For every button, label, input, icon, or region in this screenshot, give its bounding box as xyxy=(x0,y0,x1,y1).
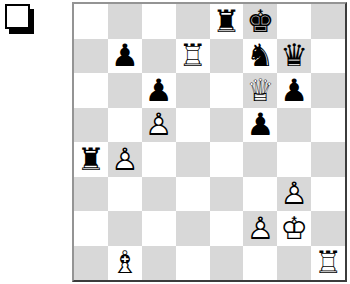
square-d5[interactable] xyxy=(176,108,210,143)
square-h7[interactable] xyxy=(311,39,345,74)
square-d1[interactable] xyxy=(176,246,210,281)
piece-glyph: ♜ xyxy=(213,6,241,37)
square-f1[interactable] xyxy=(243,246,277,281)
square-g6[interactable]: ♟ xyxy=(277,73,311,108)
square-c4[interactable] xyxy=(142,142,176,177)
piece-wq-f6[interactable]: ♛♕ xyxy=(246,75,274,106)
square-g7[interactable]: ♛ xyxy=(277,39,311,74)
piece-wr-d7[interactable]: ♜♖ xyxy=(179,40,207,71)
square-d4[interactable] xyxy=(176,142,210,177)
square-c3[interactable] xyxy=(142,177,176,212)
piece-glyph: ♟ xyxy=(280,75,308,106)
square-g5[interactable] xyxy=(277,108,311,143)
square-c5[interactable]: ♟♙ xyxy=(142,108,176,143)
square-a2[interactable] xyxy=(74,211,108,246)
piece-glyph: ♞ xyxy=(246,40,274,71)
square-f4[interactable] xyxy=(243,142,277,177)
piece-glyph: ♔ xyxy=(280,213,308,244)
piece-bp-f5[interactable]: ♟ xyxy=(246,109,274,140)
piece-glyph: ♙ xyxy=(246,213,274,244)
square-e5[interactable] xyxy=(210,108,244,143)
piece-bq-g7[interactable]: ♛ xyxy=(280,40,308,71)
square-c6[interactable]: ♟ xyxy=(142,73,176,108)
square-a5[interactable] xyxy=(74,108,108,143)
square-f8[interactable]: ♚ xyxy=(243,4,277,39)
piece-br-e8[interactable]: ♜ xyxy=(213,6,241,37)
piece-bn-f7[interactable]: ♞ xyxy=(246,40,274,71)
square-e8[interactable]: ♜ xyxy=(210,4,244,39)
piece-glyph: ♛ xyxy=(280,40,308,71)
piece-bp-b7[interactable]: ♟ xyxy=(111,40,139,71)
square-b5[interactable] xyxy=(108,108,142,143)
piece-wp-b4[interactable]: ♟♙ xyxy=(111,144,139,175)
square-f3[interactable] xyxy=(243,177,277,212)
square-g1[interactable] xyxy=(277,246,311,281)
square-h6[interactable] xyxy=(311,73,345,108)
piece-bp-c6[interactable]: ♟ xyxy=(145,75,173,106)
piece-wk-g2[interactable]: ♚♔ xyxy=(280,213,308,244)
square-f5[interactable]: ♟ xyxy=(243,108,277,143)
square-a7[interactable] xyxy=(74,39,108,74)
square-h2[interactable] xyxy=(311,211,345,246)
square-g3[interactable]: ♟♙ xyxy=(277,177,311,212)
piece-wr-h1[interactable]: ♜♖ xyxy=(314,247,342,278)
square-b7[interactable]: ♟ xyxy=(108,39,142,74)
square-h1[interactable]: ♜♖ xyxy=(311,246,345,281)
square-f6[interactable]: ♛♕ xyxy=(243,73,277,108)
square-h5[interactable] xyxy=(311,108,345,143)
square-c7[interactable] xyxy=(142,39,176,74)
square-d7[interactable]: ♜♖ xyxy=(176,39,210,74)
square-b8[interactable] xyxy=(108,4,142,39)
square-d2[interactable] xyxy=(176,211,210,246)
chess-board: ♜♚♟♜♖♞♛♟♛♕♟♟♙♟♜♟♙♟♙♟♙♚♔♝♗♜♖ xyxy=(72,2,347,282)
square-c8[interactable] xyxy=(142,4,176,39)
square-b1[interactable]: ♝♗ xyxy=(108,246,142,281)
square-e1[interactable] xyxy=(210,246,244,281)
square-g8[interactable] xyxy=(277,4,311,39)
piece-wp-g3[interactable]: ♟♙ xyxy=(280,178,308,209)
square-d3[interactable] xyxy=(176,177,210,212)
square-b2[interactable] xyxy=(108,211,142,246)
square-h8[interactable] xyxy=(311,4,345,39)
square-c1[interactable] xyxy=(142,246,176,281)
square-b3[interactable] xyxy=(108,177,142,212)
piece-glyph: ♙ xyxy=(111,144,139,175)
square-d6[interactable] xyxy=(176,73,210,108)
chess-diagram: ♜♚♟♜♖♞♛♟♛♕♟♟♙♟♜♟♙♟♙♟♙♚♔♝♗♜♖ xyxy=(0,0,350,284)
square-a3[interactable] xyxy=(74,177,108,212)
square-a8[interactable] xyxy=(74,4,108,39)
piece-glyph: ♟ xyxy=(145,75,173,106)
square-f7[interactable]: ♞ xyxy=(243,39,277,74)
square-f2[interactable]: ♟♙ xyxy=(243,211,277,246)
square-e4[interactable] xyxy=(210,142,244,177)
square-a4[interactable]: ♜ xyxy=(74,142,108,177)
square-e3[interactable] xyxy=(210,177,244,212)
square-d8[interactable] xyxy=(176,4,210,39)
piece-bp-g6[interactable]: ♟ xyxy=(280,75,308,106)
piece-glyph: ♟ xyxy=(246,109,274,140)
piece-wp-f2[interactable]: ♟♙ xyxy=(246,213,274,244)
square-h4[interactable] xyxy=(311,142,345,177)
piece-wb-b1[interactable]: ♝♗ xyxy=(111,247,139,278)
piece-glyph: ♚ xyxy=(246,6,274,37)
square-c2[interactable] xyxy=(142,211,176,246)
square-e7[interactable] xyxy=(210,39,244,74)
piece-wp-c5[interactable]: ♟♙ xyxy=(145,109,173,140)
piece-glyph: ♜ xyxy=(77,144,105,175)
piece-bk-f8[interactable]: ♚ xyxy=(246,6,274,37)
square-a6[interactable] xyxy=(74,73,108,108)
piece-glyph: ♙ xyxy=(145,109,173,140)
piece-glyph: ♕ xyxy=(246,75,274,106)
piece-glyph: ♖ xyxy=(314,247,342,278)
piece-glyph: ♖ xyxy=(179,40,207,71)
piece-glyph: ♟ xyxy=(111,40,139,71)
square-h3[interactable] xyxy=(311,177,345,212)
square-e2[interactable] xyxy=(210,211,244,246)
square-b6[interactable] xyxy=(108,73,142,108)
piece-br-a4[interactable]: ♜ xyxy=(77,144,105,175)
square-a1[interactable] xyxy=(74,246,108,281)
white-to-move-indicator xyxy=(5,4,30,29)
piece-glyph: ♗ xyxy=(111,247,139,278)
square-g2[interactable]: ♚♔ xyxy=(277,211,311,246)
square-b4[interactable]: ♟♙ xyxy=(108,142,142,177)
piece-glyph: ♙ xyxy=(280,178,308,209)
square-g4[interactable] xyxy=(277,142,311,177)
square-e6[interactable] xyxy=(210,73,244,108)
